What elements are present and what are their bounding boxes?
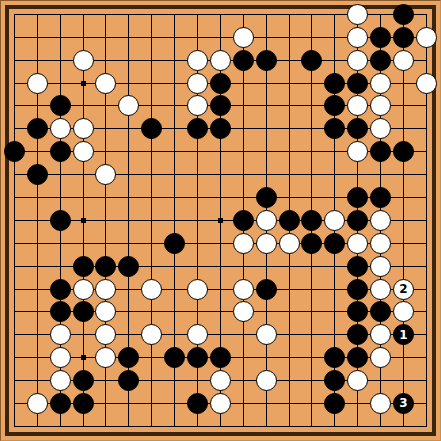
white-stone[interactable] xyxy=(370,393,391,414)
black-stone[interactable] xyxy=(256,187,277,208)
white-stone[interactable] xyxy=(233,301,254,322)
black-stone[interactable] xyxy=(73,370,94,391)
white-stone[interactable] xyxy=(73,50,94,71)
star-point xyxy=(81,218,86,223)
white-stone[interactable] xyxy=(210,370,231,391)
black-stone[interactable] xyxy=(141,118,162,139)
black-stone[interactable] xyxy=(164,233,185,254)
black-stone[interactable] xyxy=(256,279,277,300)
black-stone[interactable] xyxy=(393,141,414,162)
white-stone[interactable] xyxy=(347,370,368,391)
white-stone[interactable] xyxy=(141,324,162,345)
white-stone[interactable] xyxy=(347,27,368,48)
star-point xyxy=(218,218,223,223)
black-stone[interactable] xyxy=(347,210,368,231)
white-stone[interactable] xyxy=(95,279,116,300)
black-stone[interactable] xyxy=(370,301,391,322)
black-stone[interactable] xyxy=(370,27,391,48)
white-stone[interactable] xyxy=(324,210,345,231)
white-stone[interactable] xyxy=(95,164,116,185)
black-stone[interactable] xyxy=(324,233,345,254)
white-stone[interactable] xyxy=(347,95,368,116)
white-stone[interactable] xyxy=(73,141,94,162)
white-stone[interactable] xyxy=(95,324,116,345)
black-stone[interactable] xyxy=(233,50,254,71)
white-stone[interactable] xyxy=(118,95,139,116)
black-stone[interactable] xyxy=(27,118,48,139)
black-stone[interactable] xyxy=(50,301,71,322)
black-stone[interactable] xyxy=(233,210,254,231)
white-stone[interactable] xyxy=(370,324,391,345)
white-stone[interactable] xyxy=(256,370,277,391)
black-stone[interactable] xyxy=(370,50,391,71)
black-stone[interactable] xyxy=(27,164,48,185)
white-stone[interactable] xyxy=(370,95,391,116)
black-stone[interactable] xyxy=(256,50,277,71)
black-stone[interactable] xyxy=(187,118,208,139)
white-stone[interactable] xyxy=(256,210,277,231)
white-stone[interactable] xyxy=(256,324,277,345)
white-stone[interactable] xyxy=(347,4,368,25)
black-stone[interactable] xyxy=(347,279,368,300)
white-stone[interactable] xyxy=(50,118,71,139)
black-stone-move-1[interactable]: 1 xyxy=(393,324,414,345)
black-stone[interactable] xyxy=(210,347,231,368)
white-stone[interactable] xyxy=(279,233,300,254)
white-stone[interactable] xyxy=(233,27,254,48)
white-stone[interactable] xyxy=(393,50,414,71)
black-stone[interactable] xyxy=(50,141,71,162)
white-stone[interactable] xyxy=(50,324,71,345)
white-stone[interactable] xyxy=(347,50,368,71)
black-stone[interactable] xyxy=(118,256,139,277)
black-stone[interactable] xyxy=(347,347,368,368)
black-stone[interactable] xyxy=(118,370,139,391)
white-stone[interactable] xyxy=(210,393,231,414)
star-point xyxy=(81,355,86,360)
black-stone[interactable] xyxy=(393,4,414,25)
black-stone[interactable] xyxy=(50,210,71,231)
white-stone[interactable] xyxy=(210,50,231,71)
black-stone[interactable] xyxy=(324,347,345,368)
black-stone[interactable] xyxy=(210,118,231,139)
white-stone[interactable] xyxy=(370,73,391,94)
white-stone[interactable] xyxy=(187,73,208,94)
white-stone[interactable] xyxy=(233,233,254,254)
white-stone[interactable] xyxy=(370,118,391,139)
black-stone[interactable] xyxy=(324,370,345,391)
black-stone[interactable] xyxy=(370,141,391,162)
white-stone[interactable] xyxy=(95,347,116,368)
white-stone[interactable] xyxy=(187,50,208,71)
black-stone[interactable] xyxy=(73,393,94,414)
go-board[interactable]: 213 xyxy=(0,0,441,441)
black-stone[interactable] xyxy=(187,347,208,368)
black-stone[interactable] xyxy=(73,256,94,277)
black-stone[interactable] xyxy=(347,187,368,208)
white-stone[interactable] xyxy=(50,347,71,368)
white-stone[interactable] xyxy=(95,73,116,94)
white-stone[interactable] xyxy=(347,233,368,254)
white-stone[interactable] xyxy=(416,73,437,94)
black-stone[interactable] xyxy=(393,27,414,48)
white-stone[interactable] xyxy=(233,279,254,300)
black-stone[interactable] xyxy=(370,187,391,208)
black-stone[interactable] xyxy=(210,73,231,94)
white-stone[interactable] xyxy=(27,73,48,94)
black-stone[interactable] xyxy=(347,73,368,94)
black-stone[interactable] xyxy=(95,256,116,277)
black-stone[interactable] xyxy=(73,301,94,322)
black-stone[interactable] xyxy=(347,118,368,139)
black-stone[interactable] xyxy=(301,210,322,231)
white-stone[interactable] xyxy=(73,118,94,139)
black-stone-move-3[interactable]: 3 xyxy=(393,393,414,414)
black-stone[interactable] xyxy=(347,256,368,277)
black-stone[interactable] xyxy=(324,118,345,139)
white-stone[interactable] xyxy=(370,279,391,300)
black-stone[interactable] xyxy=(347,301,368,322)
black-stone[interactable] xyxy=(50,279,71,300)
white-stone[interactable] xyxy=(347,141,368,162)
white-stone-move-2[interactable]: 2 xyxy=(393,279,414,300)
white-stone[interactable] xyxy=(370,347,391,368)
white-stone[interactable] xyxy=(416,27,437,48)
white-stone[interactable] xyxy=(187,279,208,300)
black-stone[interactable] xyxy=(324,73,345,94)
grid-line-horizontal xyxy=(14,426,427,427)
white-stone[interactable] xyxy=(370,210,391,231)
black-stone[interactable] xyxy=(347,324,368,345)
black-stone[interactable] xyxy=(324,95,345,116)
white-stone[interactable] xyxy=(95,301,116,322)
white-stone[interactable] xyxy=(73,279,94,300)
white-stone[interactable] xyxy=(370,233,391,254)
black-stone[interactable] xyxy=(4,141,25,162)
black-stone[interactable] xyxy=(210,95,231,116)
white-stone[interactable] xyxy=(50,370,71,391)
black-stone[interactable] xyxy=(164,347,185,368)
star-point xyxy=(81,81,86,86)
black-stone[interactable] xyxy=(301,50,322,71)
white-stone[interactable] xyxy=(27,393,48,414)
black-stone[interactable] xyxy=(324,393,345,414)
white-stone[interactable] xyxy=(141,279,162,300)
black-stone[interactable] xyxy=(301,233,322,254)
black-stone[interactable] xyxy=(50,393,71,414)
black-stone[interactable] xyxy=(50,95,71,116)
white-stone[interactable] xyxy=(370,256,391,277)
black-stone[interactable] xyxy=(187,393,208,414)
black-stone[interactable] xyxy=(279,210,300,231)
white-stone[interactable] xyxy=(256,233,277,254)
white-stone[interactable] xyxy=(187,324,208,345)
white-stone[interactable] xyxy=(187,95,208,116)
black-stone[interactable] xyxy=(118,347,139,368)
white-stone[interactable] xyxy=(393,301,414,322)
grid-line-vertical xyxy=(403,14,404,427)
